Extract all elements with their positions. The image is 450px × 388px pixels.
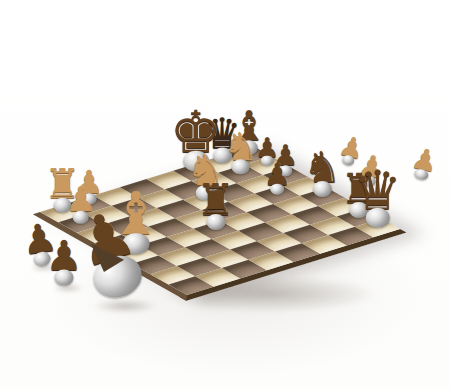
chrome-ball-base: [206, 214, 226, 230]
corner-floor-shadow: [80, 296, 170, 316]
chessboard-scene: ♜♟♟♝♞♞♚♛♝♟♟♟♞♜♜♛♟♟♟♟♟♟: [0, 0, 450, 388]
piece-maple-knight[interactable]: ♞: [223, 129, 258, 174]
chrome-ball-base: [232, 160, 249, 174]
chrome-ball-base: [365, 208, 389, 228]
piece-maple-pawn[interactable]: ♟: [408, 144, 441, 182]
chrome-ball-base: [270, 183, 284, 194]
piece-walnut-pawn[interactable]: ♟: [264, 159, 292, 194]
chrome-ball-base: [313, 181, 332, 197]
piece-walnut-knight[interactable]: ♞: [303, 148, 341, 197]
piece-walnut-rook[interactable]: ♜: [196, 180, 235, 230]
piece-walnut-queen[interactable]: ♛: [353, 166, 402, 228]
chrome-ball-base: [55, 270, 74, 285]
